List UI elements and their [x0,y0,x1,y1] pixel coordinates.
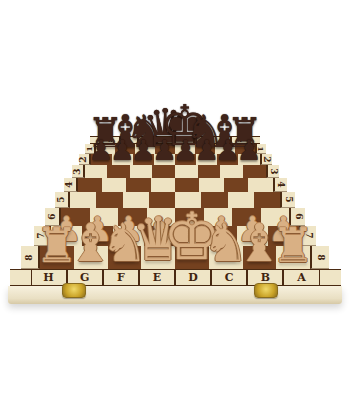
rank-number: 5 [284,196,293,202]
rank-label-right-5: 5 [280,192,295,208]
rank-label-left-5: 5 [55,192,70,208]
square-D3[interactable] [175,165,198,178]
box-front-panel [8,286,342,304]
square-A3[interactable] [243,165,266,178]
chessboard: HGFEDCBA1♜♝♞♛♚♞♝♜12♟♟♟♟♟♟♟♟2334455667♟♟♟… [0,136,350,286]
square-G4[interactable] [102,178,126,192]
square-E4[interactable] [151,178,175,192]
rank-number: 4 [276,181,285,187]
square-F3[interactable] [130,165,153,178]
square-A4[interactable] [248,178,272,192]
rank-row-2: 2♟♟♟♟♟♟♟♟2 [79,154,272,165]
rank-label-right-3: 3 [266,165,279,178]
square-D2[interactable]: ♟ [175,154,196,165]
rank-number: 2 [79,156,88,162]
square-A2[interactable]: ♟ [238,154,259,165]
piece-dark-pawn[interactable]: ♟ [236,137,261,165]
square-B2[interactable]: ♟ [217,154,238,165]
rank-number: 4 [65,181,74,187]
square-C3[interactable] [198,165,221,178]
square-D4[interactable] [175,178,199,192]
file-label-H: H [32,270,66,285]
border-corner-right [320,270,341,285]
rank-number: 5 [57,196,66,202]
square-H4[interactable] [78,178,102,192]
square-G3[interactable] [107,165,130,178]
square-F2[interactable]: ♟ [133,154,154,165]
rank-number: 8 [316,254,325,260]
square-G2[interactable]: ♟ [112,154,133,165]
file-label-A: A [284,270,318,285]
square-C2[interactable]: ♟ [196,154,217,165]
rank-row-8: 8♜♝♞♛♚♞♝♜8 [21,246,329,269]
file-label-C: C [212,270,246,285]
square-F4[interactable] [126,178,150,192]
brass-clasp-right [254,283,278,298]
square-B3[interactable] [220,165,243,178]
rank-number: 3 [72,168,81,174]
file-labels-near: HGFEDCBA [10,269,341,286]
rank-number: 3 [268,168,277,174]
piece-light-rook[interactable]: ♜ [272,221,315,269]
square-B4[interactable] [224,178,248,192]
product-photo-canvas: HGFEDCBA1♜♝♞♛♚♞♝♜12♟♟♟♟♟♟♟♟2334455667♟♟♟… [0,0,350,415]
square-H2[interactable]: ♟ [91,154,112,165]
rank-row-4: 44 [64,178,287,192]
square-C4[interactable] [199,178,223,192]
square-G5[interactable] [96,192,122,208]
rank-label-left-4: 4 [64,178,78,192]
square-A8[interactable]: ♜ [276,246,310,269]
border-corner-left [10,270,31,285]
square-H3[interactable] [85,165,108,178]
rank-label-right-2: 2 [260,154,272,165]
file-label-E: E [140,270,174,285]
square-H5[interactable] [70,192,96,208]
rank-label-right-8: 8 [310,246,329,269]
square-B5[interactable] [228,192,254,208]
file-label-F: F [104,270,138,285]
square-E2[interactable]: ♟ [154,154,175,165]
square-E3[interactable] [152,165,175,178]
rank-row-3: 33 [72,165,279,178]
rank-label-right-4: 4 [273,178,287,192]
square-A5[interactable] [254,192,280,208]
rank-number: 2 [262,156,271,162]
rank-number: 8 [25,254,34,260]
file-label-D: D [176,270,210,285]
brass-clasp-left [62,283,86,298]
rank-label-left-3: 3 [72,165,85,178]
